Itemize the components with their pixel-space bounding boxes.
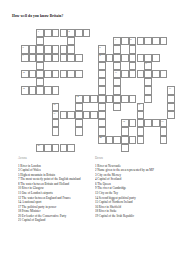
across-header: Across bbox=[18, 156, 94, 161]
clue-number: 15 bbox=[53, 103, 55, 106]
cell-r2-c12[interactable] bbox=[113, 45, 121, 53]
clue-number: 8 bbox=[99, 54, 100, 57]
cell-r6-c2[interactable] bbox=[36, 78, 44, 86]
across-clue-list: 1 River in London3 Capital of Wales5 Hig… bbox=[18, 164, 94, 223]
cell-r8-c19[interactable] bbox=[167, 95, 175, 103]
cell-r2-c1[interactable] bbox=[29, 45, 37, 53]
cell-r5-c16[interactable] bbox=[144, 70, 152, 78]
clue-number: 16 bbox=[138, 103, 140, 106]
cell-r10-c8[interactable] bbox=[83, 111, 91, 119]
clue-number: 7 bbox=[22, 54, 23, 57]
across-clue: 21 Capital of England bbox=[18, 218, 94, 223]
cell-r3-c2[interactable] bbox=[36, 54, 44, 62]
cell-r13-c10[interactable]: 20 bbox=[98, 136, 106, 144]
clue-number: 21 bbox=[38, 144, 40, 147]
cell-r14-c13[interactable] bbox=[121, 144, 129, 152]
cell-r9-c15[interactable]: 16 bbox=[137, 103, 145, 111]
cell-r8-c14[interactable] bbox=[129, 95, 137, 103]
cell-r1-c13[interactable] bbox=[121, 37, 129, 45]
cell-r0-c2[interactable]: 1 bbox=[36, 29, 44, 37]
cell-r8-c12[interactable] bbox=[113, 95, 121, 103]
cell-r5-c14[interactable] bbox=[129, 70, 137, 78]
cell-r8-c10[interactable] bbox=[98, 95, 106, 103]
clue-number: 6 bbox=[99, 46, 100, 49]
cell-r3-c14[interactable] bbox=[129, 54, 137, 62]
cell-r10-c10[interactable] bbox=[98, 111, 106, 119]
clue-number: 17 bbox=[53, 112, 55, 115]
cell-r10-c9[interactable] bbox=[90, 111, 98, 119]
clue-number: 13 bbox=[169, 87, 171, 90]
cell-r10-c5[interactable] bbox=[60, 111, 68, 119]
cell-r3-c12[interactable] bbox=[113, 54, 121, 62]
clue-number: 3 bbox=[115, 38, 116, 41]
down-clue: 19 Capital of the Irish Republic bbox=[95, 214, 177, 219]
cell-r8-c9[interactable] bbox=[90, 95, 98, 103]
cell-r12-c4[interactable] bbox=[52, 127, 60, 135]
clue-number: 20 bbox=[99, 136, 101, 139]
cell-r2-c4[interactable] bbox=[52, 45, 60, 53]
cell-r1-c6[interactable] bbox=[67, 37, 75, 45]
down-clues-section: Down 1 River at Newcastle2 Name given to… bbox=[95, 156, 177, 218]
cell-r7-c2[interactable] bbox=[36, 86, 44, 94]
cell-r14-c2[interactable]: 21 bbox=[36, 144, 44, 152]
cell-r7-c0[interactable]: 12 bbox=[21, 86, 29, 94]
cell-r2-c2[interactable] bbox=[36, 45, 44, 53]
cell-r4-c16[interactable]: 9 bbox=[144, 62, 152, 70]
cell-r9-c19[interactable] bbox=[167, 103, 175, 111]
cell-r2-c14[interactable] bbox=[129, 45, 137, 53]
cell-r2-c0[interactable]: 5 bbox=[21, 45, 29, 53]
cell-r5-c13[interactable] bbox=[121, 70, 129, 78]
cell-r4-c14[interactable] bbox=[129, 62, 137, 70]
cell-r1-c17[interactable] bbox=[152, 37, 160, 45]
down-clue-list: 1 River at Newcastle2 Name given to the … bbox=[95, 164, 177, 219]
cell-r13-c15[interactable] bbox=[137, 136, 145, 144]
cell-r13-c14[interactable] bbox=[129, 136, 137, 144]
cell-r8-c16[interactable] bbox=[144, 95, 152, 103]
clue-number: 9 bbox=[146, 62, 147, 65]
cell-r12-c18[interactable] bbox=[160, 127, 168, 135]
cell-r10-c6[interactable] bbox=[67, 111, 75, 119]
cell-r11-c13[interactable]: 18 bbox=[121, 119, 129, 127]
page-title: How well do you know Britain? bbox=[12, 14, 63, 18]
cell-r14-c3[interactable] bbox=[44, 144, 52, 152]
cell-r10-c4[interactable]: 17 bbox=[52, 111, 60, 119]
cell-r7-c3[interactable] bbox=[44, 86, 52, 94]
cell-r11-c16[interactable] bbox=[144, 119, 152, 127]
cell-r5-c3[interactable] bbox=[44, 70, 52, 78]
clue-number: 5 bbox=[22, 46, 23, 49]
cell-r14-c5[interactable] bbox=[60, 144, 68, 152]
cell-r1-c12[interactable]: 3 bbox=[113, 37, 121, 45]
cell-r1-c14[interactable]: 4 bbox=[129, 37, 137, 45]
cell-r7-c19[interactable]: 13 bbox=[167, 86, 175, 94]
cell-r5-c10[interactable] bbox=[98, 70, 106, 78]
cell-r12-c10[interactable] bbox=[98, 127, 106, 135]
cell-r9-c4[interactable]: 15 bbox=[52, 103, 60, 111]
cell-r7-c10[interactable] bbox=[98, 86, 106, 94]
cell-r10-c19[interactable] bbox=[167, 111, 175, 119]
cell-r11-c4[interactable] bbox=[52, 119, 60, 127]
cell-r3-c15[interactable] bbox=[137, 54, 145, 62]
clue-number: 10 bbox=[22, 71, 24, 74]
cell-r0-c4[interactable] bbox=[52, 29, 60, 37]
cell-r0-c8[interactable] bbox=[83, 29, 91, 37]
cell-r13-c18[interactable] bbox=[160, 136, 168, 144]
cell-r5-c15[interactable] bbox=[137, 70, 145, 78]
cell-r5-c12[interactable]: 11 bbox=[113, 70, 121, 78]
cell-r12-c15[interactable] bbox=[137, 127, 145, 135]
cell-r3-c17[interactable] bbox=[152, 54, 160, 62]
cell-r3-c13[interactable] bbox=[121, 54, 129, 62]
cell-r14-c6[interactable] bbox=[67, 144, 75, 152]
cell-r3-c4[interactable] bbox=[52, 54, 60, 62]
cell-r8-c7[interactable]: 14 bbox=[75, 95, 83, 103]
cell-r8-c13[interactable] bbox=[121, 95, 129, 103]
cell-r11-c18[interactable]: 19 bbox=[160, 119, 168, 127]
cell-r7-c12[interactable] bbox=[113, 86, 121, 94]
cell-r5-c0[interactable]: 10 bbox=[21, 70, 29, 78]
clue-number: 11 bbox=[115, 71, 117, 74]
cell-r9-c7[interactable] bbox=[75, 103, 83, 111]
cell-r3-c6[interactable] bbox=[67, 54, 75, 62]
cell-r10-c15[interactable] bbox=[137, 111, 145, 119]
cell-r13-c12[interactable] bbox=[113, 136, 121, 144]
cell-r5-c5[interactable] bbox=[60, 70, 68, 78]
across-clues-section: Across 1 River in London3 Capital of Wal… bbox=[18, 156, 94, 223]
cell-r7-c1[interactable] bbox=[29, 86, 37, 94]
cell-r10-c7[interactable] bbox=[75, 111, 83, 119]
cell-r2-c5[interactable] bbox=[60, 45, 68, 53]
clue-number: 19 bbox=[161, 120, 163, 123]
cell-r14-c4[interactable] bbox=[52, 144, 60, 152]
cell-r11-c15[interactable] bbox=[137, 119, 145, 127]
cell-r1-c18[interactable] bbox=[160, 37, 168, 45]
cell-r1-c15[interactable] bbox=[137, 37, 145, 45]
cell-r13-c11[interactable] bbox=[106, 136, 114, 144]
clue-number: 14 bbox=[76, 95, 78, 98]
cell-r3-c1[interactable] bbox=[29, 54, 37, 62]
cell-r3-c0[interactable]: 7 bbox=[21, 54, 29, 62]
cell-r6-c12[interactable] bbox=[113, 78, 121, 86]
cell-r11-c7[interactable] bbox=[75, 119, 83, 127]
cell-r9-c10[interactable] bbox=[98, 103, 106, 111]
cell-r13-c13[interactable] bbox=[121, 136, 129, 144]
cell-r11-c17[interactable] bbox=[152, 119, 160, 127]
cell-r4-c10[interactable] bbox=[98, 62, 106, 70]
cell-r0-c3[interactable] bbox=[44, 29, 52, 37]
clue-number: 12 bbox=[22, 87, 24, 90]
cell-r3-c5[interactable] bbox=[60, 54, 68, 62]
cell-r5-c1[interactable] bbox=[29, 70, 37, 78]
cell-r6-c16[interactable] bbox=[144, 78, 152, 86]
cell-r4-c12[interactable] bbox=[113, 62, 121, 70]
cell-r11-c10[interactable] bbox=[98, 119, 106, 127]
cell-r12-c13[interactable] bbox=[121, 127, 129, 135]
down-header: Down bbox=[95, 156, 177, 161]
cell-r5-c4[interactable] bbox=[52, 70, 60, 78]
cell-r2-c3[interactable] bbox=[44, 45, 52, 53]
cell-r1-c16[interactable] bbox=[144, 37, 152, 45]
cell-r5-c2[interactable] bbox=[36, 70, 44, 78]
cell-r12-c7[interactable] bbox=[75, 127, 83, 135]
cell-r3-c3[interactable] bbox=[44, 54, 52, 62]
cell-r5-c6[interactable] bbox=[67, 70, 75, 78]
cell-r9-c12[interactable] bbox=[113, 103, 121, 111]
cell-r5-c17[interactable] bbox=[152, 70, 160, 78]
clue-number: 2 bbox=[69, 30, 70, 33]
cell-r8-c8[interactable] bbox=[83, 95, 91, 103]
cell-r1-c2[interactable] bbox=[36, 37, 44, 45]
cell-r6-c10[interactable] bbox=[98, 78, 106, 86]
cell-r3-c7[interactable] bbox=[75, 54, 83, 62]
clue-number: 18 bbox=[122, 120, 124, 123]
cell-r2-c10[interactable]: 6 bbox=[98, 45, 106, 53]
cell-r7-c4[interactable] bbox=[52, 86, 60, 94]
crossword-grid: 123456789101112131415161718192021 bbox=[21, 29, 176, 153]
cell-r3-c10[interactable]: 8 bbox=[98, 54, 106, 62]
cell-r3-c11[interactable] bbox=[106, 54, 114, 62]
cell-r5-c18[interactable] bbox=[160, 70, 168, 78]
cell-r0-c7[interactable] bbox=[75, 29, 83, 37]
cell-r0-c5[interactable] bbox=[60, 29, 68, 37]
cell-r0-c6[interactable]: 2 bbox=[67, 29, 75, 37]
cell-r7-c16[interactable] bbox=[144, 86, 152, 94]
clue-number: 4 bbox=[130, 38, 131, 41]
cell-r5-c7[interactable] bbox=[75, 70, 83, 78]
clue-number: 1 bbox=[38, 30, 39, 33]
cell-r8-c11[interactable] bbox=[106, 95, 114, 103]
cell-r11-c14[interactable] bbox=[129, 119, 137, 127]
cell-r2-c6[interactable] bbox=[67, 45, 75, 53]
cell-r3-c16[interactable] bbox=[144, 54, 152, 62]
cell-r4-c2[interactable] bbox=[36, 62, 44, 70]
